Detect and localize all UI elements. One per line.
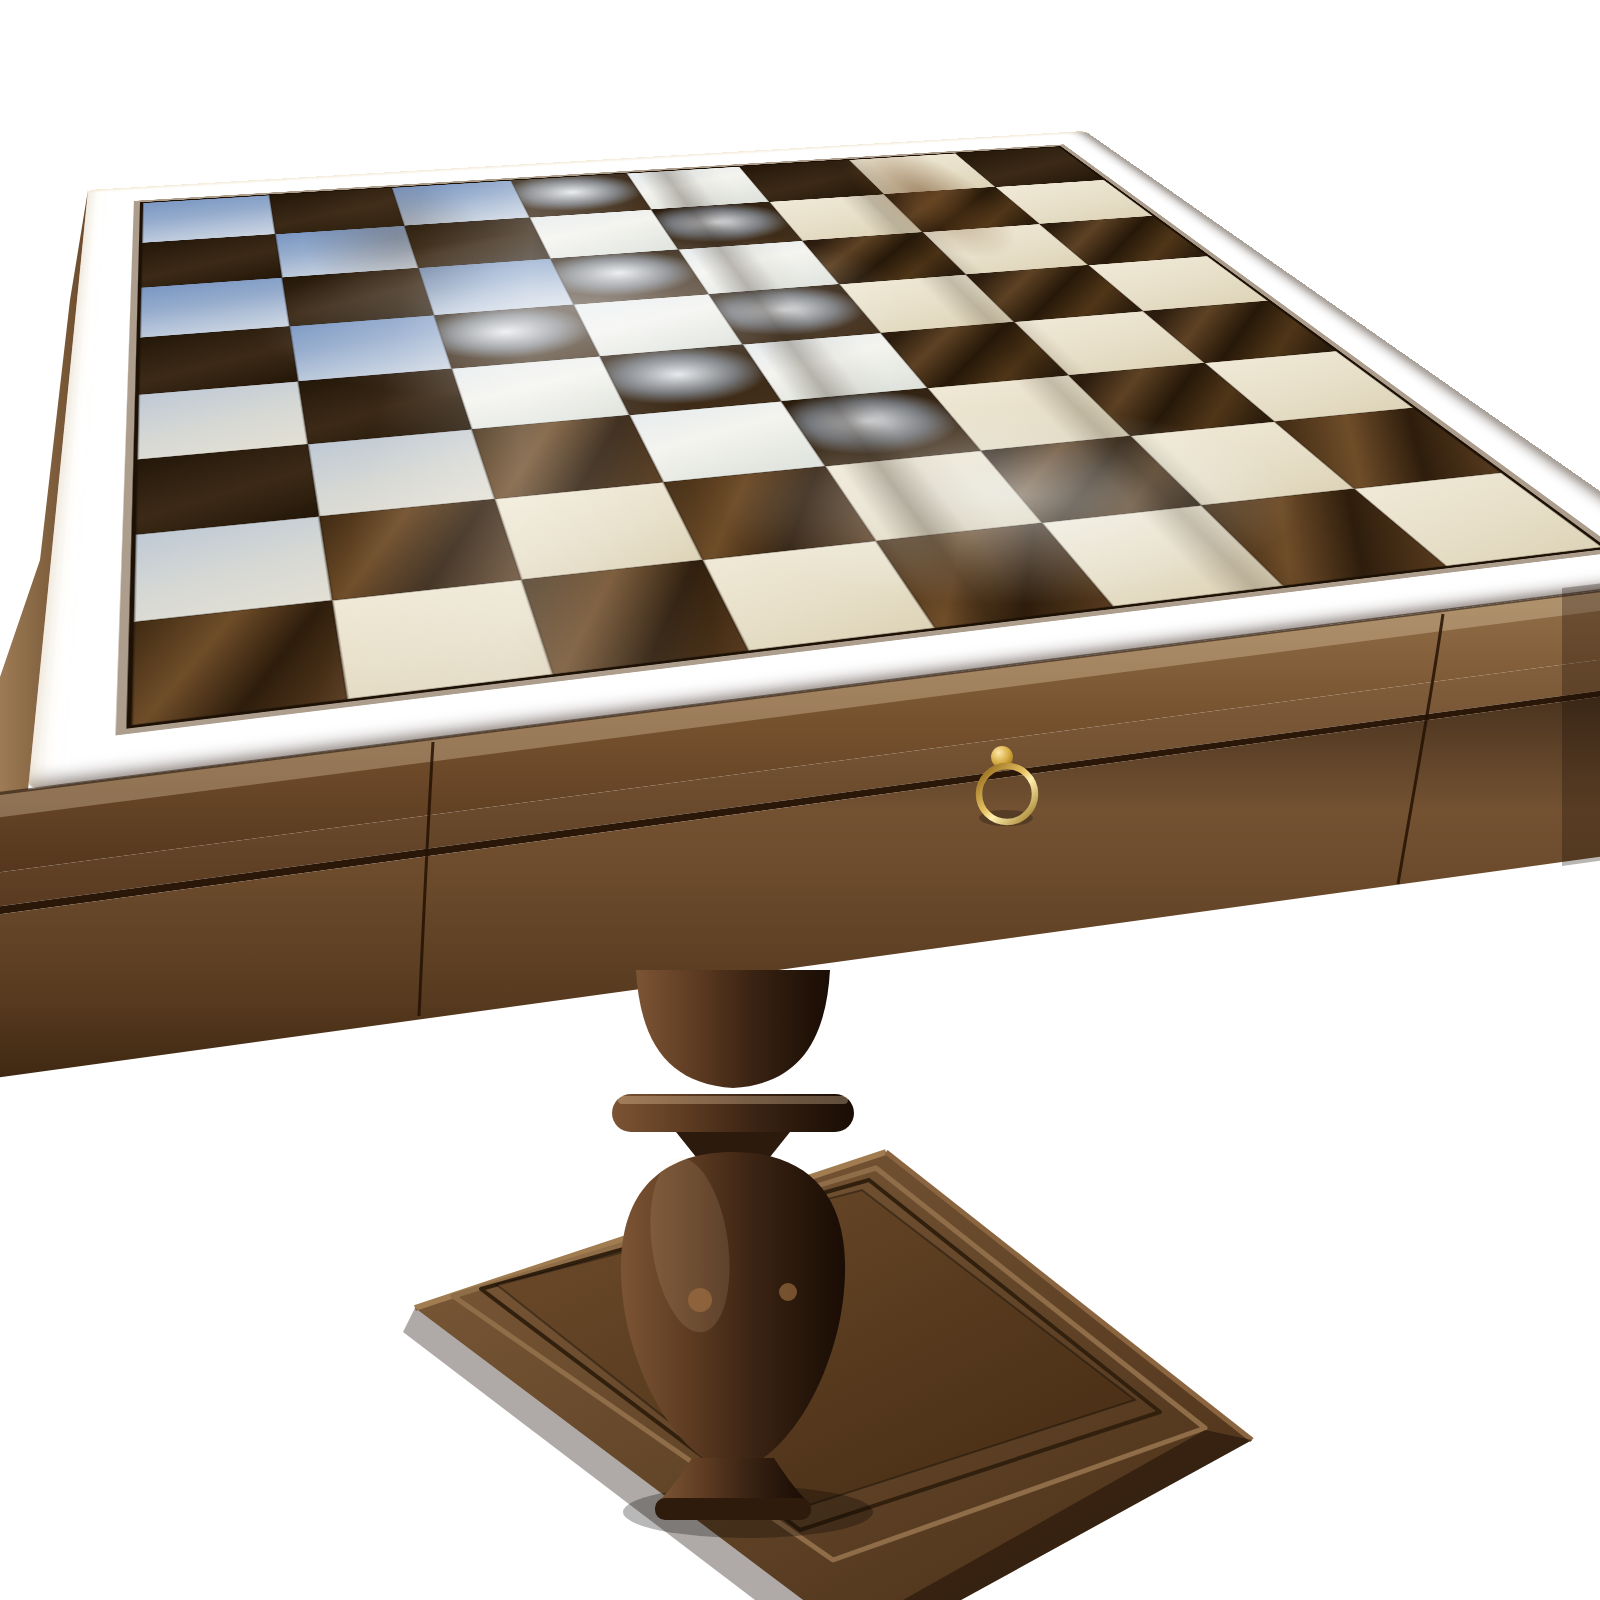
chess-table-photo (0, 0, 1600, 1600)
board-square[interactable] (332, 580, 553, 700)
column-neck-bulb (636, 970, 830, 1088)
board-square[interactable] (132, 600, 348, 725)
apron-right-corner-shade (1562, 583, 1600, 866)
